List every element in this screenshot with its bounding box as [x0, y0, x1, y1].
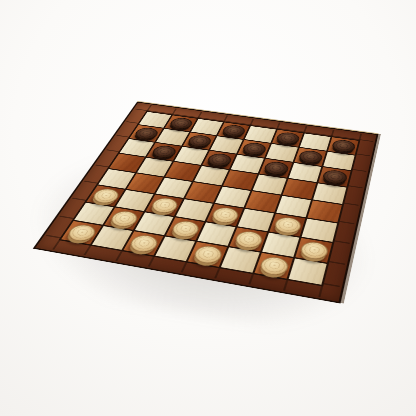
checker-piece-light[interactable] — [65, 223, 99, 243]
board-square-r8c8[interactable] — [289, 259, 327, 285]
board-square-r4c7[interactable] — [283, 179, 317, 199]
board-square-r7c4[interactable] — [166, 217, 204, 240]
checker-piece-dark[interactable] — [150, 144, 178, 159]
board-square-r6c7[interactable] — [269, 214, 305, 237]
board-square-r7c7[interactable] — [262, 233, 299, 257]
checker-piece-dark[interactable] — [331, 139, 356, 154]
board-3d-wrapper — [33, 102, 379, 304]
board-square-r8c2[interactable] — [92, 226, 132, 250]
checker-piece-dark[interactable] — [275, 131, 301, 145]
checker-piece-light[interactable] — [298, 240, 329, 261]
board-square-r6c3[interactable] — [146, 195, 183, 216]
checker-piece-dark[interactable] — [220, 124, 246, 138]
checker-piece-dark[interactable] — [205, 152, 233, 167]
checker-piece-light[interactable] — [191, 244, 224, 265]
checker-piece-light[interactable] — [127, 233, 161, 253]
checker-piece-light[interactable] — [90, 187, 122, 204]
board-square-r6c6[interactable] — [238, 209, 274, 231]
product-photo-scene — [0, 0, 416, 416]
board-square-r7c3[interactable] — [135, 212, 174, 235]
checker-piece-light[interactable] — [233, 229, 264, 249]
board-square-r7c1[interactable] — [74, 203, 113, 225]
checker-piece-dark[interactable] — [132, 126, 160, 140]
board-square-r5c8[interactable] — [308, 201, 342, 223]
board-square-r6c8[interactable] — [302, 219, 337, 242]
board-square-r8c7[interactable] — [254, 253, 292, 279]
checker-piece-light[interactable] — [169, 219, 201, 238]
board-square-r4c6[interactable] — [253, 175, 287, 195]
board-square-r5c4[interactable] — [185, 182, 221, 202]
checker-piece-light[interactable] — [149, 196, 180, 214]
board-square-r5c6[interactable] — [245, 191, 280, 212]
board-square-r7c2[interactable] — [104, 208, 143, 230]
checker-piece-light[interactable] — [258, 255, 290, 277]
board-square-r4c8[interactable] — [313, 183, 346, 204]
board-square-r4c5[interactable] — [223, 170, 257, 190]
board-square-r7c5[interactable] — [197, 222, 235, 245]
checker-piece-light[interactable] — [108, 209, 141, 228]
board-square-r7c8[interactable] — [295, 238, 332, 263]
board-square-r5c5[interactable] — [215, 187, 250, 208]
board-square-r8c1[interactable] — [61, 221, 102, 244]
brass-latch-right[interactable] — [240, 284, 258, 287]
checkers-board-grid — [59, 111, 361, 287]
box-front-panel — [34, 247, 341, 302]
board-square-r6c4[interactable] — [176, 199, 213, 221]
checkers-board-frame — [33, 102, 379, 304]
board-square-r6c1[interactable] — [87, 185, 125, 206]
board-square-r7c6[interactable] — [230, 227, 267, 251]
checker-piece-dark[interactable] — [262, 160, 290, 176]
board-square-r6c2[interactable] — [116, 190, 154, 211]
checker-piece-light[interactable] — [210, 206, 241, 224]
checker-piece-light[interactable] — [272, 215, 302, 234]
brass-latch-left[interactable] — [28, 246, 45, 249]
checker-piece-dark[interactable] — [321, 169, 348, 185]
board-square-r8c3[interactable] — [123, 231, 163, 255]
board-square-r6c5[interactable] — [207, 204, 244, 226]
board-square-r8c4[interactable] — [155, 237, 195, 261]
board-square-r8c6[interactable] — [221, 247, 260, 272]
board-square-r8c5[interactable] — [188, 242, 227, 267]
checker-piece-dark[interactable] — [241, 141, 268, 156]
checker-piece-dark[interactable] — [168, 117, 195, 130]
checker-piece-dark[interactable] — [297, 149, 323, 164]
board-square-r5c7[interactable] — [276, 196, 311, 217]
checker-piece-dark[interactable] — [186, 134, 213, 148]
